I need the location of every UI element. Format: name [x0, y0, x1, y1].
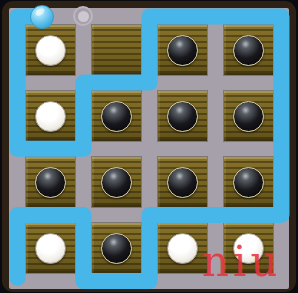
ring-center-dot [78, 11, 89, 22]
start-node-ring [73, 6, 93, 26]
black-stone-r2c1 [101, 167, 132, 198]
cursor-ball[interactable] [30, 5, 54, 29]
black-stone-r1c1 [101, 101, 132, 132]
black-stone-r2c3 [233, 167, 264, 198]
watermark-text: niu [202, 241, 282, 283]
black-stone-r1c2 [167, 101, 198, 132]
black-stone-r3c1 [101, 233, 132, 264]
black-stone-r1c3 [233, 101, 264, 132]
board-cell-r0c1 [92, 25, 141, 75]
black-stone-r2c2 [167, 167, 198, 198]
black-stone-r0c3 [233, 35, 264, 66]
white-stone-r3c2 [167, 233, 198, 264]
white-stone-r3c0 [35, 233, 66, 264]
black-stone-r2c0 [35, 167, 66, 198]
black-stone-r0c2 [167, 35, 198, 66]
white-stone-r0c0 [35, 35, 66, 66]
white-stone-r1c0 [35, 101, 66, 132]
game-screen: niu [0, 0, 298, 293]
